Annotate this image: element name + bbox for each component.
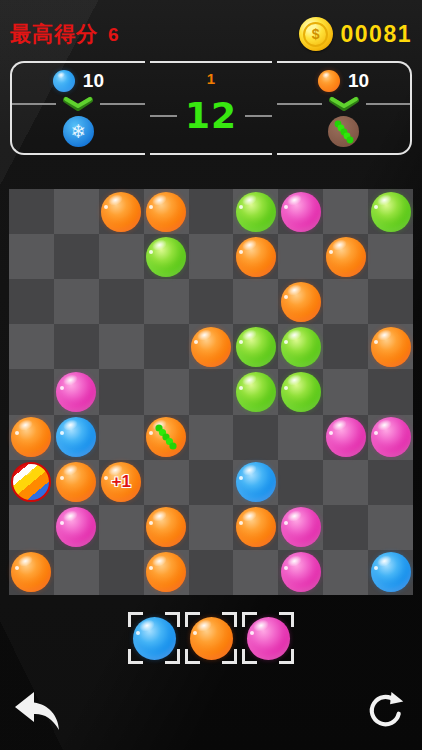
board-cell[interactable] [144,324,189,369]
preview-bracket [185,612,237,664]
board-cell[interactable] [233,415,278,460]
ball-green[interactable] [146,237,186,277]
plus-one-label: +1 [101,462,141,502]
panel-section-blue: 10 ❄ [10,61,145,155]
divider-line [100,103,144,105]
ball-blue[interactable] [371,552,411,592]
ball-orange[interactable] [326,237,366,277]
board-cell[interactable]: +1 [99,460,144,505]
board-cell[interactable] [278,279,323,324]
board-cell[interactable] [9,189,54,234]
board-cell[interactable] [144,550,189,595]
snowflake-glyph: ❄ [70,122,86,141]
board-cell[interactable] [368,189,413,234]
coin-icon: $ [299,17,333,51]
board-cell[interactable] [278,460,323,505]
board-cell[interactable] [233,369,278,414]
board-cell[interactable] [54,505,99,550]
board-cell[interactable] [368,324,413,369]
divider-line [12,103,56,105]
ball-green[interactable] [236,327,276,367]
ball-green[interactable] [236,372,276,412]
board-cell[interactable] [368,234,413,279]
board-cell[interactable] [144,234,189,279]
board-cell[interactable] [99,369,144,414]
board-cell[interactable] [233,279,278,324]
board-cell[interactable] [54,550,99,595]
panel-section-orange: 10 [277,61,412,155]
coin-count: 00081 [341,21,412,48]
divider-line [277,103,321,105]
ball-green[interactable] [371,192,411,232]
preview-ball-magenta [247,617,290,660]
ball-magenta[interactable] [56,507,96,547]
board-cell[interactable] [9,234,54,279]
board-cell[interactable] [368,505,413,550]
ball-magenta[interactable] [56,372,96,412]
divider-line [366,103,410,105]
board-cell[interactable] [323,505,368,550]
chevron-down-icon [329,95,359,113]
ball-orange[interactable] [236,507,276,547]
orange-ball-icon [318,70,340,92]
board-cell[interactable] [189,460,234,505]
high-score-value: 6 [108,24,119,46]
board-cell[interactable] [9,505,54,550]
board-cell[interactable] [189,234,234,279]
ball-orange[interactable] [56,462,96,502]
blue-ball-icon [53,70,75,92]
board-cell[interactable] [278,369,323,414]
ball-magenta[interactable] [326,417,366,457]
board-cell[interactable] [323,460,368,505]
board-cell[interactable] [144,189,189,234]
ball-green[interactable] [281,327,321,367]
board-cell[interactable] [323,234,368,279]
ball-orange[interactable] [11,552,51,592]
coin-counter[interactable]: $ 00081 [299,17,412,51]
ball-orange[interactable] [281,282,321,322]
board-cell[interactable] [9,415,54,460]
ball-rainbow-wild[interactable] [11,462,51,502]
board-cell[interactable] [323,369,368,414]
preview-bracket [242,612,294,664]
board-cell[interactable] [99,279,144,324]
ball-magenta[interactable] [281,507,321,547]
board-cell[interactable] [99,324,144,369]
ball-blue[interactable] [56,417,96,457]
board-cell[interactable] [144,369,189,414]
board-cell[interactable] [323,415,368,460]
board-cell[interactable] [323,189,368,234]
freeze-snowflake-icon[interactable]: ❄ [63,116,94,147]
board-cell[interactable] [278,324,323,369]
score-number: 12 [185,100,237,132]
board-cell[interactable] [278,189,323,234]
board-cell[interactable] [233,505,278,550]
board-cell[interactable] [54,234,99,279]
high-score: 最高得分 6 [10,20,119,48]
board-cell[interactable] [9,550,54,595]
board-cell[interactable] [99,234,144,279]
caterpillar-icon [146,417,186,457]
game-board: +1 [9,189,413,595]
board-cell[interactable] [278,550,323,595]
board-cell[interactable] [278,415,323,460]
board-cell[interactable] [54,324,99,369]
ball-magenta[interactable] [281,192,321,232]
ball-magenta[interactable] [371,417,411,457]
ball-orange[interactable] [146,552,186,592]
board-cell[interactable] [189,324,234,369]
board-cell[interactable] [54,369,99,414]
chevron-down-icon [63,95,93,113]
blue-count: 10 [83,70,104,92]
board-cell[interactable] [278,505,323,550]
board-cell[interactable] [368,460,413,505]
board-cell[interactable] [9,324,54,369]
ball-magenta[interactable] [281,552,321,592]
board-cell[interactable] [99,189,144,234]
preview-ball-orange [190,617,233,660]
board-cell[interactable] [9,460,54,505]
board-cell[interactable] [54,415,99,460]
board-cell[interactable] [368,279,413,324]
board-cell[interactable] [368,369,413,414]
high-score-label: 最高得分 [10,20,98,48]
ball-orange[interactable] [191,327,231,367]
board-cell[interactable] [278,234,323,279]
board-cell[interactable] [99,505,144,550]
ball-orange[interactable] [146,507,186,547]
next-balls-preview [0,612,422,664]
board-cell[interactable] [144,279,189,324]
ball-orange[interactable] [11,417,51,457]
caterpillar-icon[interactable] [328,116,359,147]
board-cell[interactable] [144,505,189,550]
level-number: 1 [150,70,272,87]
ball-orange[interactable] [101,192,141,232]
board-cell[interactable] [189,189,234,234]
board-cell[interactable] [99,550,144,595]
divider-line [245,115,272,117]
board-cell[interactable] [233,460,278,505]
board-cell[interactable] [54,460,99,505]
board-cell[interactable] [323,324,368,369]
coin-dollar-symbol: $ [303,22,328,47]
back-button[interactable] [13,690,65,734]
back-arrow-icon [13,690,65,734]
ball-orange[interactable] [146,192,186,232]
board-cell[interactable] [189,279,234,324]
board-cell[interactable] [233,234,278,279]
ball-blue[interactable] [236,462,276,502]
board-cell[interactable] [54,279,99,324]
ball-green[interactable] [281,372,321,412]
header-bar: 最高得分 6 $ 00081 [0,12,422,56]
board-cell[interactable] [189,415,234,460]
board-cell[interactable] [54,189,99,234]
board-cell[interactable] [189,369,234,414]
restart-button[interactable] [366,690,406,732]
panel-section-center: 1 12 [150,61,272,155]
board-cell[interactable] [233,550,278,595]
board-cell[interactable] [323,279,368,324]
board-cell[interactable] [233,189,278,234]
ball-green[interactable] [236,192,276,232]
board-cell[interactable] [233,324,278,369]
board-cell[interactable] [368,415,413,460]
board-cell[interactable] [9,369,54,414]
board-cell[interactable] [189,505,234,550]
board-cell[interactable] [144,460,189,505]
refresh-arrow-icon [366,690,406,732]
board-cell[interactable] [368,550,413,595]
score-panel: 10 ❄ 1 12 10 [10,61,412,155]
board-cell[interactable] [144,415,189,460]
preview-ball-blue [133,617,176,660]
board-cell[interactable] [9,279,54,324]
ball-orange-caterpillar[interactable] [146,417,186,457]
board-cell[interactable] [99,415,144,460]
orange-count: 10 [348,70,369,92]
ball-orange[interactable] [236,237,276,277]
preview-bracket [128,612,180,664]
divider-line [150,115,177,117]
ball-orange-plus-one[interactable]: +1 [101,462,141,502]
board-cell[interactable] [189,550,234,595]
board-cell[interactable] [323,550,368,595]
ball-orange[interactable] [371,327,411,367]
